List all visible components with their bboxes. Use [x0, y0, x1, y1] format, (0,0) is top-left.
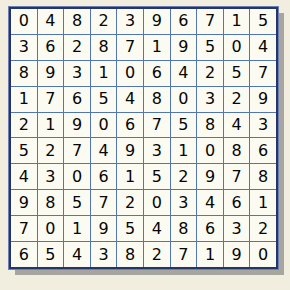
- cell-r8c8[interactable]: 4: [197, 190, 223, 215]
- cell-r10c4[interactable]: 3: [91, 242, 117, 267]
- cell-r9c5[interactable]: 5: [117, 216, 143, 241]
- cell-r2c2[interactable]: 6: [38, 35, 64, 60]
- cell-r10c6[interactable]: 2: [144, 242, 170, 267]
- cell-r9c1[interactable]: 7: [11, 216, 37, 241]
- cell-r1c2[interactable]: 4: [38, 9, 64, 34]
- cell-r4c3[interactable]: 6: [64, 87, 90, 112]
- cell-r5c1[interactable]: 2: [11, 113, 37, 138]
- cell-r7c8[interactable]: 9: [197, 164, 223, 189]
- cell-r8c3[interactable]: 5: [64, 190, 90, 215]
- cell-r3c2[interactable]: 9: [38, 61, 64, 86]
- cell-r5c3[interactable]: 9: [64, 113, 90, 138]
- cell-r9c3[interactable]: 1: [64, 216, 90, 241]
- cell-r7c7[interactable]: 2: [171, 164, 197, 189]
- cell-r3c1[interactable]: 8: [11, 61, 37, 86]
- cell-r5c5[interactable]: 6: [117, 113, 143, 138]
- cell-r6c2[interactable]: 2: [38, 138, 64, 163]
- cell-r6c4[interactable]: 4: [91, 138, 117, 163]
- cell-r5c8[interactable]: 8: [197, 113, 223, 138]
- cell-r9c2[interactable]: 0: [38, 216, 64, 241]
- cell-r7c2[interactable]: 3: [38, 164, 64, 189]
- cell-r8c6[interactable]: 0: [144, 190, 170, 215]
- cell-r4c5[interactable]: 4: [117, 87, 143, 112]
- cell-r7c4[interactable]: 6: [91, 164, 117, 189]
- cell-r9c6[interactable]: 4: [144, 216, 170, 241]
- cell-r8c1[interactable]: 9: [11, 190, 37, 215]
- cell-r2c1[interactable]: 3: [11, 35, 37, 60]
- cell-r6c5[interactable]: 9: [117, 138, 143, 163]
- cell-r6c7[interactable]: 1: [171, 138, 197, 163]
- cell-r4c8[interactable]: 3: [197, 87, 223, 112]
- cell-r8c10[interactable]: 1: [250, 190, 276, 215]
- cell-r8c9[interactable]: 6: [224, 190, 250, 215]
- cell-r2c7[interactable]: 9: [171, 35, 197, 60]
- cell-r3c6[interactable]: 6: [144, 61, 170, 86]
- cell-r2c8[interactable]: 5: [197, 35, 223, 60]
- cell-r4c7[interactable]: 0: [171, 87, 197, 112]
- cell-r2c5[interactable]: 7: [117, 35, 143, 60]
- cell-r4c4[interactable]: 5: [91, 87, 117, 112]
- cell-r8c2[interactable]: 8: [38, 190, 64, 215]
- cell-r6c10[interactable]: 6: [250, 138, 276, 163]
- cell-r9c4[interactable]: 9: [91, 216, 117, 241]
- cell-r1c10[interactable]: 5: [250, 9, 276, 34]
- cell-r6c1[interactable]: 5: [11, 138, 37, 163]
- cell-r5c2[interactable]: 1: [38, 113, 64, 138]
- cell-r2c10[interactable]: 4: [250, 35, 276, 60]
- cell-r8c5[interactable]: 2: [117, 190, 143, 215]
- cell-r2c6[interactable]: 1: [144, 35, 170, 60]
- puzzle-board: 0482396715362871950489310642571765480329…: [9, 7, 278, 269]
- cell-r9c9[interactable]: 3: [224, 216, 250, 241]
- cell-r3c10[interactable]: 7: [250, 61, 276, 86]
- cell-r4c6[interactable]: 8: [144, 87, 170, 112]
- cell-r3c3[interactable]: 3: [64, 61, 90, 86]
- cell-r2c4[interactable]: 8: [91, 35, 117, 60]
- cell-r9c10[interactable]: 2: [250, 216, 276, 241]
- cell-r9c7[interactable]: 8: [171, 216, 197, 241]
- cell-r10c5[interactable]: 8: [117, 242, 143, 267]
- cell-r6c6[interactable]: 3: [144, 138, 170, 163]
- cell-r10c9[interactable]: 9: [224, 242, 250, 267]
- cell-r1c8[interactable]: 7: [197, 9, 223, 34]
- cell-r5c7[interactable]: 5: [171, 113, 197, 138]
- cell-r9c8[interactable]: 6: [197, 216, 223, 241]
- cell-r6c8[interactable]: 0: [197, 138, 223, 163]
- cell-r5c4[interactable]: 0: [91, 113, 117, 138]
- cell-r10c2[interactable]: 5: [38, 242, 64, 267]
- cell-r7c5[interactable]: 1: [117, 164, 143, 189]
- cell-r1c4[interactable]: 2: [91, 9, 117, 34]
- cell-r6c3[interactable]: 7: [64, 138, 90, 163]
- cell-r5c10[interactable]: 3: [250, 113, 276, 138]
- cell-r1c9[interactable]: 1: [224, 9, 250, 34]
- cell-r1c7[interactable]: 6: [171, 9, 197, 34]
- cell-r4c2[interactable]: 7: [38, 87, 64, 112]
- cell-r8c7[interactable]: 3: [171, 190, 197, 215]
- cell-r3c9[interactable]: 5: [224, 61, 250, 86]
- cell-r3c7[interactable]: 4: [171, 61, 197, 86]
- cell-r3c8[interactable]: 2: [197, 61, 223, 86]
- cell-r4c1[interactable]: 1: [11, 87, 37, 112]
- cell-r1c6[interactable]: 9: [144, 9, 170, 34]
- cell-r5c6[interactable]: 7: [144, 113, 170, 138]
- cell-r2c9[interactable]: 0: [224, 35, 250, 60]
- cell-r1c1[interactable]: 0: [11, 9, 37, 34]
- cell-r1c3[interactable]: 8: [64, 9, 90, 34]
- cell-r4c10[interactable]: 9: [250, 87, 276, 112]
- cell-r7c1[interactable]: 4: [11, 164, 37, 189]
- cell-r7c3[interactable]: 0: [64, 164, 90, 189]
- cell-r10c3[interactable]: 4: [64, 242, 90, 267]
- cell-r6c9[interactable]: 8: [224, 138, 250, 163]
- cell-r10c7[interactable]: 7: [171, 242, 197, 267]
- cell-r7c6[interactable]: 5: [144, 164, 170, 189]
- cell-r8c4[interactable]: 7: [91, 190, 117, 215]
- cell-r4c9[interactable]: 2: [224, 87, 250, 112]
- cell-r7c10[interactable]: 8: [250, 164, 276, 189]
- cell-r1c5[interactable]: 3: [117, 9, 143, 34]
- cell-r2c3[interactable]: 2: [64, 35, 90, 60]
- cell-r3c5[interactable]: 0: [117, 61, 143, 86]
- cell-r10c8[interactable]: 1: [197, 242, 223, 267]
- cell-r10c10[interactable]: 0: [250, 242, 276, 267]
- cell-r7c9[interactable]: 7: [224, 164, 250, 189]
- cell-r5c9[interactable]: 4: [224, 113, 250, 138]
- cell-r3c4[interactable]: 1: [91, 61, 117, 86]
- cell-r10c1[interactable]: 6: [11, 242, 37, 267]
